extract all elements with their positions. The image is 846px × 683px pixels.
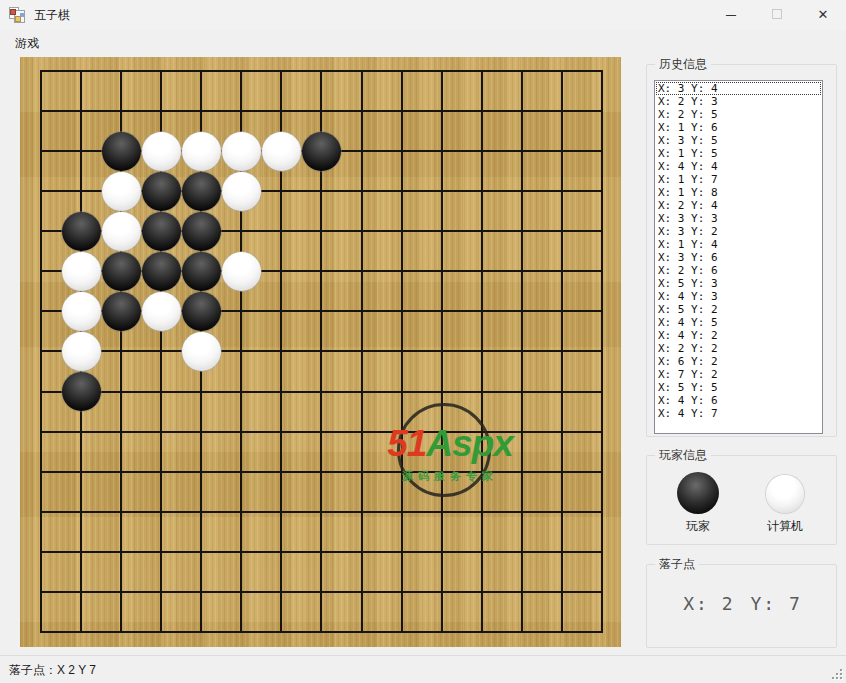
black-stone-x4-y5 xyxy=(182,252,221,291)
close-button[interactable]: ✕ xyxy=(800,0,846,30)
black-player-label: 玩家 xyxy=(668,518,728,535)
white-stone-x6-y2 xyxy=(262,132,301,171)
maximize-icon xyxy=(772,9,782,19)
white-stone-x1-y6 xyxy=(62,292,101,331)
white-stone-x4-y7 xyxy=(182,332,221,371)
history-item-14[interactable]: X: 2 Y: 6 xyxy=(656,264,821,277)
history-item-13[interactable]: X: 3 Y: 6 xyxy=(656,251,821,264)
white-stone-x3-y6 xyxy=(142,292,181,331)
black-stone-x7-y2 xyxy=(302,132,341,171)
history-item-7[interactable]: X: 1 Y: 7 xyxy=(656,173,821,186)
history-item-25[interactable]: X: 4 Y: 7 xyxy=(656,407,821,420)
white-stone-x2-y4 xyxy=(102,212,141,251)
white-stone-x5-y2 xyxy=(222,132,261,171)
black-stone-x3-y4 xyxy=(142,212,181,251)
status-bar-text: 落子点：X 2 Y 7 xyxy=(9,656,96,683)
black-stone-x1-y4 xyxy=(62,212,101,251)
move-point-y: Y: 7 xyxy=(751,593,802,614)
history-item-9[interactable]: X: 2 Y: 4 xyxy=(656,199,821,212)
black-stone-x3-y5 xyxy=(142,252,181,291)
history-item-22[interactable]: X: 7 Y: 2 xyxy=(656,368,821,381)
history-item-23[interactable]: X: 5 Y: 5 xyxy=(656,381,821,394)
history-item-19[interactable]: X: 4 Y: 2 xyxy=(656,329,821,342)
menu-item-game[interactable]: 游戏 xyxy=(7,32,47,55)
app-icon-red-square xyxy=(10,9,16,15)
resize-grip[interactable] xyxy=(830,667,843,680)
history-item-3[interactable]: X: 1 Y: 6 xyxy=(656,121,821,134)
history-item-6[interactable]: X: 4 Y: 4 xyxy=(656,160,821,173)
history-groupbox-label: 历史信息 xyxy=(655,57,711,71)
history-item-21[interactable]: X: 6 Y: 2 xyxy=(656,355,821,368)
status-bar: 落子点：X 2 Y 7 xyxy=(0,655,846,683)
history-item-17[interactable]: X: 5 Y: 2 xyxy=(656,303,821,316)
history-item-8[interactable]: X: 1 Y: 8 xyxy=(656,186,821,199)
window-title: 五子棋 xyxy=(34,0,70,30)
gomoku-board[interactable]: 51Aspx 源码服务专家 xyxy=(20,57,621,647)
app-icon xyxy=(9,7,25,23)
players-groupbox-label: 玩家信息 xyxy=(655,448,711,462)
white-player-label: 计算机 xyxy=(755,518,815,535)
black-stone-x4-y6 xyxy=(182,292,221,331)
app-icon-blue-square xyxy=(20,13,24,17)
move-point-groupbox-label: 落子点 xyxy=(655,557,699,571)
app-window: 五子棋 ─ ✕ 游戏 51Aspx 源码服务专家 历史信息 X: 3 Y: 4X… xyxy=(0,0,846,683)
history-item-10[interactable]: X: 3 Y: 3 xyxy=(656,212,821,225)
move-point-groupbox: 落子点 X: 2Y: 7 xyxy=(646,564,837,648)
history-item-18[interactable]: X: 4 Y: 5 xyxy=(656,316,821,329)
move-point-value: X: 2Y: 7 xyxy=(647,593,838,614)
white-stone-x3-y2 xyxy=(142,132,181,171)
history-groupbox: 历史信息 X: 3 Y: 4X: 2 Y: 3X: 2 Y: 5X: 1 Y: … xyxy=(646,64,837,437)
black-player-stone-icon xyxy=(677,472,719,514)
black-stone-x2-y6 xyxy=(102,292,141,331)
history-item-4[interactable]: X: 3 Y: 5 xyxy=(656,134,821,147)
white-stone-x5-y5 xyxy=(222,252,261,291)
history-item-2[interactable]: X: 2 Y: 5 xyxy=(656,108,821,121)
history-item-16[interactable]: X: 4 Y: 3 xyxy=(656,290,821,303)
white-stone-x2-y3 xyxy=(102,172,141,211)
white-player-stone-icon xyxy=(766,475,804,513)
black-stone-x2-y5 xyxy=(102,252,141,291)
history-item-24[interactable]: X: 4 Y: 6 xyxy=(656,394,821,407)
minimize-icon: ─ xyxy=(726,7,736,23)
move-point-x: X: 2 xyxy=(683,593,734,614)
minimize-button[interactable]: ─ xyxy=(708,0,754,30)
white-stone-x4-y2 xyxy=(182,132,221,171)
white-stone-x1-y7 xyxy=(62,332,101,371)
history-listbox[interactable]: X: 3 Y: 4X: 2 Y: 3X: 2 Y: 5X: 1 Y: 6X: 3… xyxy=(654,80,823,434)
black-stone-x4-y4 xyxy=(182,212,221,251)
history-item-0[interactable]: X: 3 Y: 4 xyxy=(656,82,821,95)
white-stone-x5-y3 xyxy=(222,172,261,211)
players-groupbox: 玩家信息 玩家 计算机 xyxy=(646,455,837,545)
history-item-11[interactable]: X: 3 Y: 2 xyxy=(656,225,821,238)
black-stone-x3-y3 xyxy=(142,172,181,211)
close-icon: ✕ xyxy=(818,7,829,22)
title-bar: 五子棋 ─ ✕ xyxy=(0,0,846,30)
history-item-1[interactable]: X: 2 Y: 3 xyxy=(656,95,821,108)
history-item-12[interactable]: X: 1 Y: 4 xyxy=(656,238,821,251)
history-item-5[interactable]: X: 1 Y: 5 xyxy=(656,147,821,160)
black-stone-x4-y3 xyxy=(182,172,221,211)
maximize-button[interactable] xyxy=(754,0,800,30)
white-stone-x1-y5 xyxy=(62,252,101,291)
history-item-15[interactable]: X: 5 Y: 3 xyxy=(656,277,821,290)
black-stone-x2-y2 xyxy=(102,132,141,171)
history-item-20[interactable]: X: 2 Y: 2 xyxy=(656,342,821,355)
menu-bar: 游戏 xyxy=(0,30,846,54)
black-stone-x1-y8 xyxy=(62,372,101,411)
